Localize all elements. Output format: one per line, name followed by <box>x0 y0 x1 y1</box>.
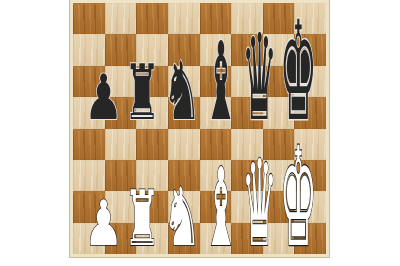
black-pawn[interactable]: ♟ <box>84 61 123 134</box>
white-queen[interactable]: ♛ <box>242 134 277 254</box>
pieces-layer: ♟ ♜ ♞ ♝ ♛ ♚ ♟ ♜ ♞ ♝ ♛ ♚ <box>73 3 326 254</box>
black-knight[interactable]: ♞ <box>163 44 202 137</box>
white-rook[interactable]: ♜ <box>124 174 161 254</box>
black-bishop[interactable]: ♝ <box>203 18 239 144</box>
white-pawn[interactable]: ♟ <box>84 187 123 254</box>
black-queen[interactable]: ♛ <box>242 8 277 148</box>
white-king[interactable]: ♚ <box>280 118 318 254</box>
white-knight[interactable]: ♞ <box>163 170 202 254</box>
black-rook[interactable]: ♜ <box>124 48 161 137</box>
white-bishop[interactable]: ♝ <box>203 144 239 254</box>
illustration-canvas: ♟ ♜ ♞ ♝ ♛ ♚ ♟ ♜ ♞ ♝ ♛ ♚ <box>0 0 400 266</box>
chess-board: ♟ ♜ ♞ ♝ ♛ ♚ ♟ ♜ ♞ ♝ ♛ ♚ <box>70 0 329 257</box>
